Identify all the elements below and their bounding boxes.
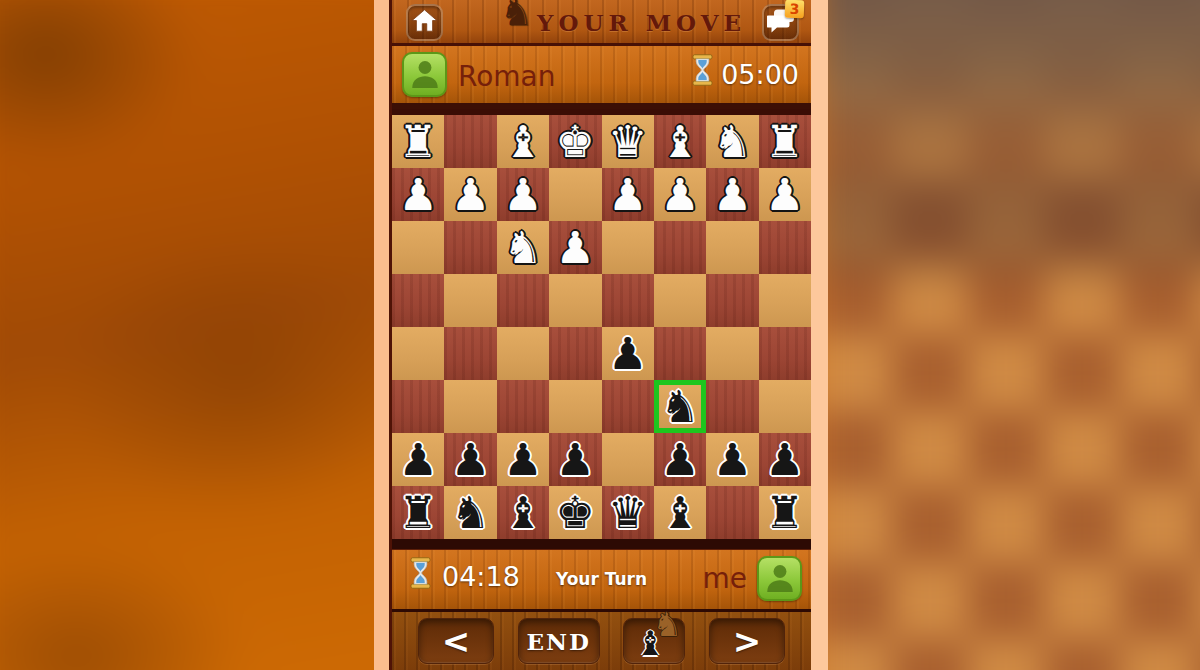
white-pawn: ♟	[503, 173, 542, 217]
square-h1[interactable]: ♜	[392, 115, 444, 168]
captured-pieces-button[interactable]: ♝ ♞	[623, 618, 685, 664]
white-bishop: ♝	[660, 120, 699, 164]
black-pawn: ♟	[608, 332, 647, 376]
square-b1[interactable]: ♞	[706, 115, 758, 168]
square-c5[interactable]	[654, 327, 706, 380]
square-c2[interactable]: ♟	[654, 168, 706, 221]
square-b5[interactable]	[706, 327, 758, 380]
square-d8[interactable]: ♛	[602, 486, 654, 539]
square-b3[interactable]	[706, 221, 758, 274]
prev-move-button[interactable]: <	[418, 618, 494, 664]
square-c4[interactable]	[654, 274, 706, 327]
square-c6[interactable]: ♞	[654, 380, 706, 433]
board-frame: ♜♝♚♛♝♞♜♟♟♟♟♟♟♟♞♟♟♞♟♟♟♟♟♟♟♜♞♝♚♛♝♜	[392, 109, 811, 549]
square-f2[interactable]: ♟	[497, 168, 549, 221]
white-pawn: ♟	[451, 173, 490, 217]
chevron-left-icon: <	[442, 621, 471, 661]
black-pawn: ♟	[398, 438, 437, 482]
square-b4[interactable]	[706, 274, 758, 327]
chat-button[interactable]: 3	[762, 4, 799, 41]
square-a5[interactable]	[759, 327, 811, 380]
square-g4[interactable]	[444, 274, 496, 327]
black-pawn: ♟	[503, 438, 542, 482]
square-e4[interactable]	[549, 274, 601, 327]
end-game-button[interactable]: END	[518, 618, 600, 664]
square-d6[interactable]	[602, 380, 654, 433]
chevron-right-icon: >	[733, 621, 762, 661]
square-h7[interactable]: ♟	[392, 433, 444, 486]
square-g3[interactable]	[444, 221, 496, 274]
square-d3[interactable]	[602, 221, 654, 274]
edge-strip-right	[811, 0, 828, 670]
square-f3[interactable]: ♞	[497, 221, 549, 274]
square-d7[interactable]	[602, 433, 654, 486]
square-f1[interactable]: ♝	[497, 115, 549, 168]
square-h6[interactable]	[392, 380, 444, 433]
turn-status: Your Turn	[392, 569, 811, 589]
square-d2[interactable]: ♟	[602, 168, 654, 221]
chat-count-badge: 3	[785, 0, 805, 18]
white-pawn: ♟	[398, 173, 437, 217]
home-button[interactable]	[406, 4, 443, 41]
square-g8[interactable]: ♞	[444, 486, 496, 539]
person-icon	[407, 55, 443, 95]
square-a6[interactable]	[759, 380, 811, 433]
square-h8[interactable]: ♜	[392, 486, 444, 539]
white-queen: ♛	[608, 120, 647, 164]
opponent-avatar[interactable]	[402, 52, 447, 97]
player-bar: 04:18 Your Turn me	[392, 549, 811, 609]
square-e8[interactable]: ♚	[549, 486, 601, 539]
square-a2[interactable]: ♟	[759, 168, 811, 221]
white-pawn: ♟	[608, 173, 647, 217]
black-rook: ♜	[398, 491, 437, 535]
black-pawn: ♟	[556, 438, 595, 482]
white-pawn: ♟	[713, 173, 752, 217]
white-knight: ♞	[503, 226, 542, 270]
square-e1[interactable]: ♚	[549, 115, 601, 168]
square-e5[interactable]	[549, 327, 601, 380]
next-move-button[interactable]: >	[709, 618, 785, 664]
square-h3[interactable]	[392, 221, 444, 274]
square-h5[interactable]	[392, 327, 444, 380]
white-rook: ♜	[398, 120, 437, 164]
square-g7[interactable]: ♟	[444, 433, 496, 486]
square-e3[interactable]: ♟	[549, 221, 601, 274]
screenshot-stage: ♞ YOUR MOVE 3 Roman	[0, 0, 1200, 670]
square-b8[interactable]	[706, 486, 758, 539]
square-g2[interactable]: ♟	[444, 168, 496, 221]
square-g5[interactable]	[444, 327, 496, 380]
square-c1[interactable]: ♝	[654, 115, 706, 168]
edge-strip-left	[374, 0, 389, 670]
square-f7[interactable]: ♟	[497, 433, 549, 486]
player-avatar[interactable]	[757, 556, 802, 601]
black-pawn: ♟	[451, 438, 490, 482]
player-name: me	[702, 562, 747, 595]
page-title: YOUR MOVE	[537, 9, 746, 36]
blurred-background-left	[0, 0, 430, 670]
white-knight: ♞	[713, 120, 752, 164]
hourglass-icon	[692, 54, 713, 90]
square-d4[interactable]	[602, 274, 654, 327]
black-bishop: ♝	[503, 491, 542, 535]
home-icon	[411, 7, 438, 38]
black-bishop: ♝	[660, 491, 699, 535]
black-queen: ♛	[608, 491, 647, 535]
white-pawn: ♟	[660, 173, 699, 217]
blurred-background-right	[816, 0, 1200, 670]
white-pawn: ♟	[765, 173, 804, 217]
knight-icon: ♞	[653, 605, 683, 644]
white-bishop: ♝	[503, 120, 542, 164]
square-f4[interactable]	[497, 274, 549, 327]
person-icon	[762, 559, 798, 599]
black-knight: ♞	[660, 385, 699, 429]
square-d1[interactable]: ♛	[602, 115, 654, 168]
square-c7[interactable]: ♟	[654, 433, 706, 486]
end-label: END	[526, 628, 591, 655]
square-b7[interactable]: ♟	[706, 433, 758, 486]
black-rook: ♜	[765, 491, 804, 535]
square-g6[interactable]	[444, 380, 496, 433]
square-g1[interactable]	[444, 115, 496, 168]
square-h4[interactable]	[392, 274, 444, 327]
square-e7[interactable]: ♟	[549, 433, 601, 486]
bottom-toolbar: < END ♝ ♞ >	[392, 609, 811, 670]
square-c8[interactable]: ♝	[654, 486, 706, 539]
square-b6[interactable]	[706, 380, 758, 433]
black-pawn: ♟	[660, 438, 699, 482]
square-a7[interactable]: ♟	[759, 433, 811, 486]
black-pawn: ♟	[713, 438, 752, 482]
black-pawn: ♟	[765, 438, 804, 482]
square-a1[interactable]: ♜	[759, 115, 811, 168]
square-f8[interactable]: ♝	[497, 486, 549, 539]
square-e6[interactable]	[549, 380, 601, 433]
black-king: ♚	[556, 491, 595, 535]
white-king: ♚	[556, 120, 595, 164]
opponent-name: Roman	[458, 60, 556, 93]
opponent-clock: 05:00	[721, 59, 799, 90]
knight-statuette-icon: ♞	[500, 0, 533, 34]
square-f6[interactable]	[497, 380, 549, 433]
chess-board: ♜♝♚♛♝♞♜♟♟♟♟♟♟♟♞♟♟♞♟♟♟♟♟♟♟♜♞♝♚♛♝♜	[392, 115, 811, 539]
opponent-bar: Roman 05:00	[392, 46, 811, 109]
square-a8[interactable]: ♜	[759, 486, 811, 539]
square-d5[interactable]: ♟	[602, 327, 654, 380]
square-b2[interactable]: ♟	[706, 168, 758, 221]
white-pawn: ♟	[556, 226, 595, 270]
black-knight: ♞	[451, 491, 490, 535]
square-h2[interactable]: ♟	[392, 168, 444, 221]
chess-app-screen: ♞ YOUR MOVE 3 Roman	[389, 0, 811, 670]
white-rook: ♜	[765, 120, 804, 164]
top-bar: ♞ YOUR MOVE 3	[392, 0, 811, 46]
square-a3[interactable]	[759, 221, 811, 274]
square-c3[interactable]	[654, 221, 706, 274]
square-a4[interactable]	[759, 274, 811, 327]
square-f5[interactable]	[497, 327, 549, 380]
square-e2[interactable]	[549, 168, 601, 221]
